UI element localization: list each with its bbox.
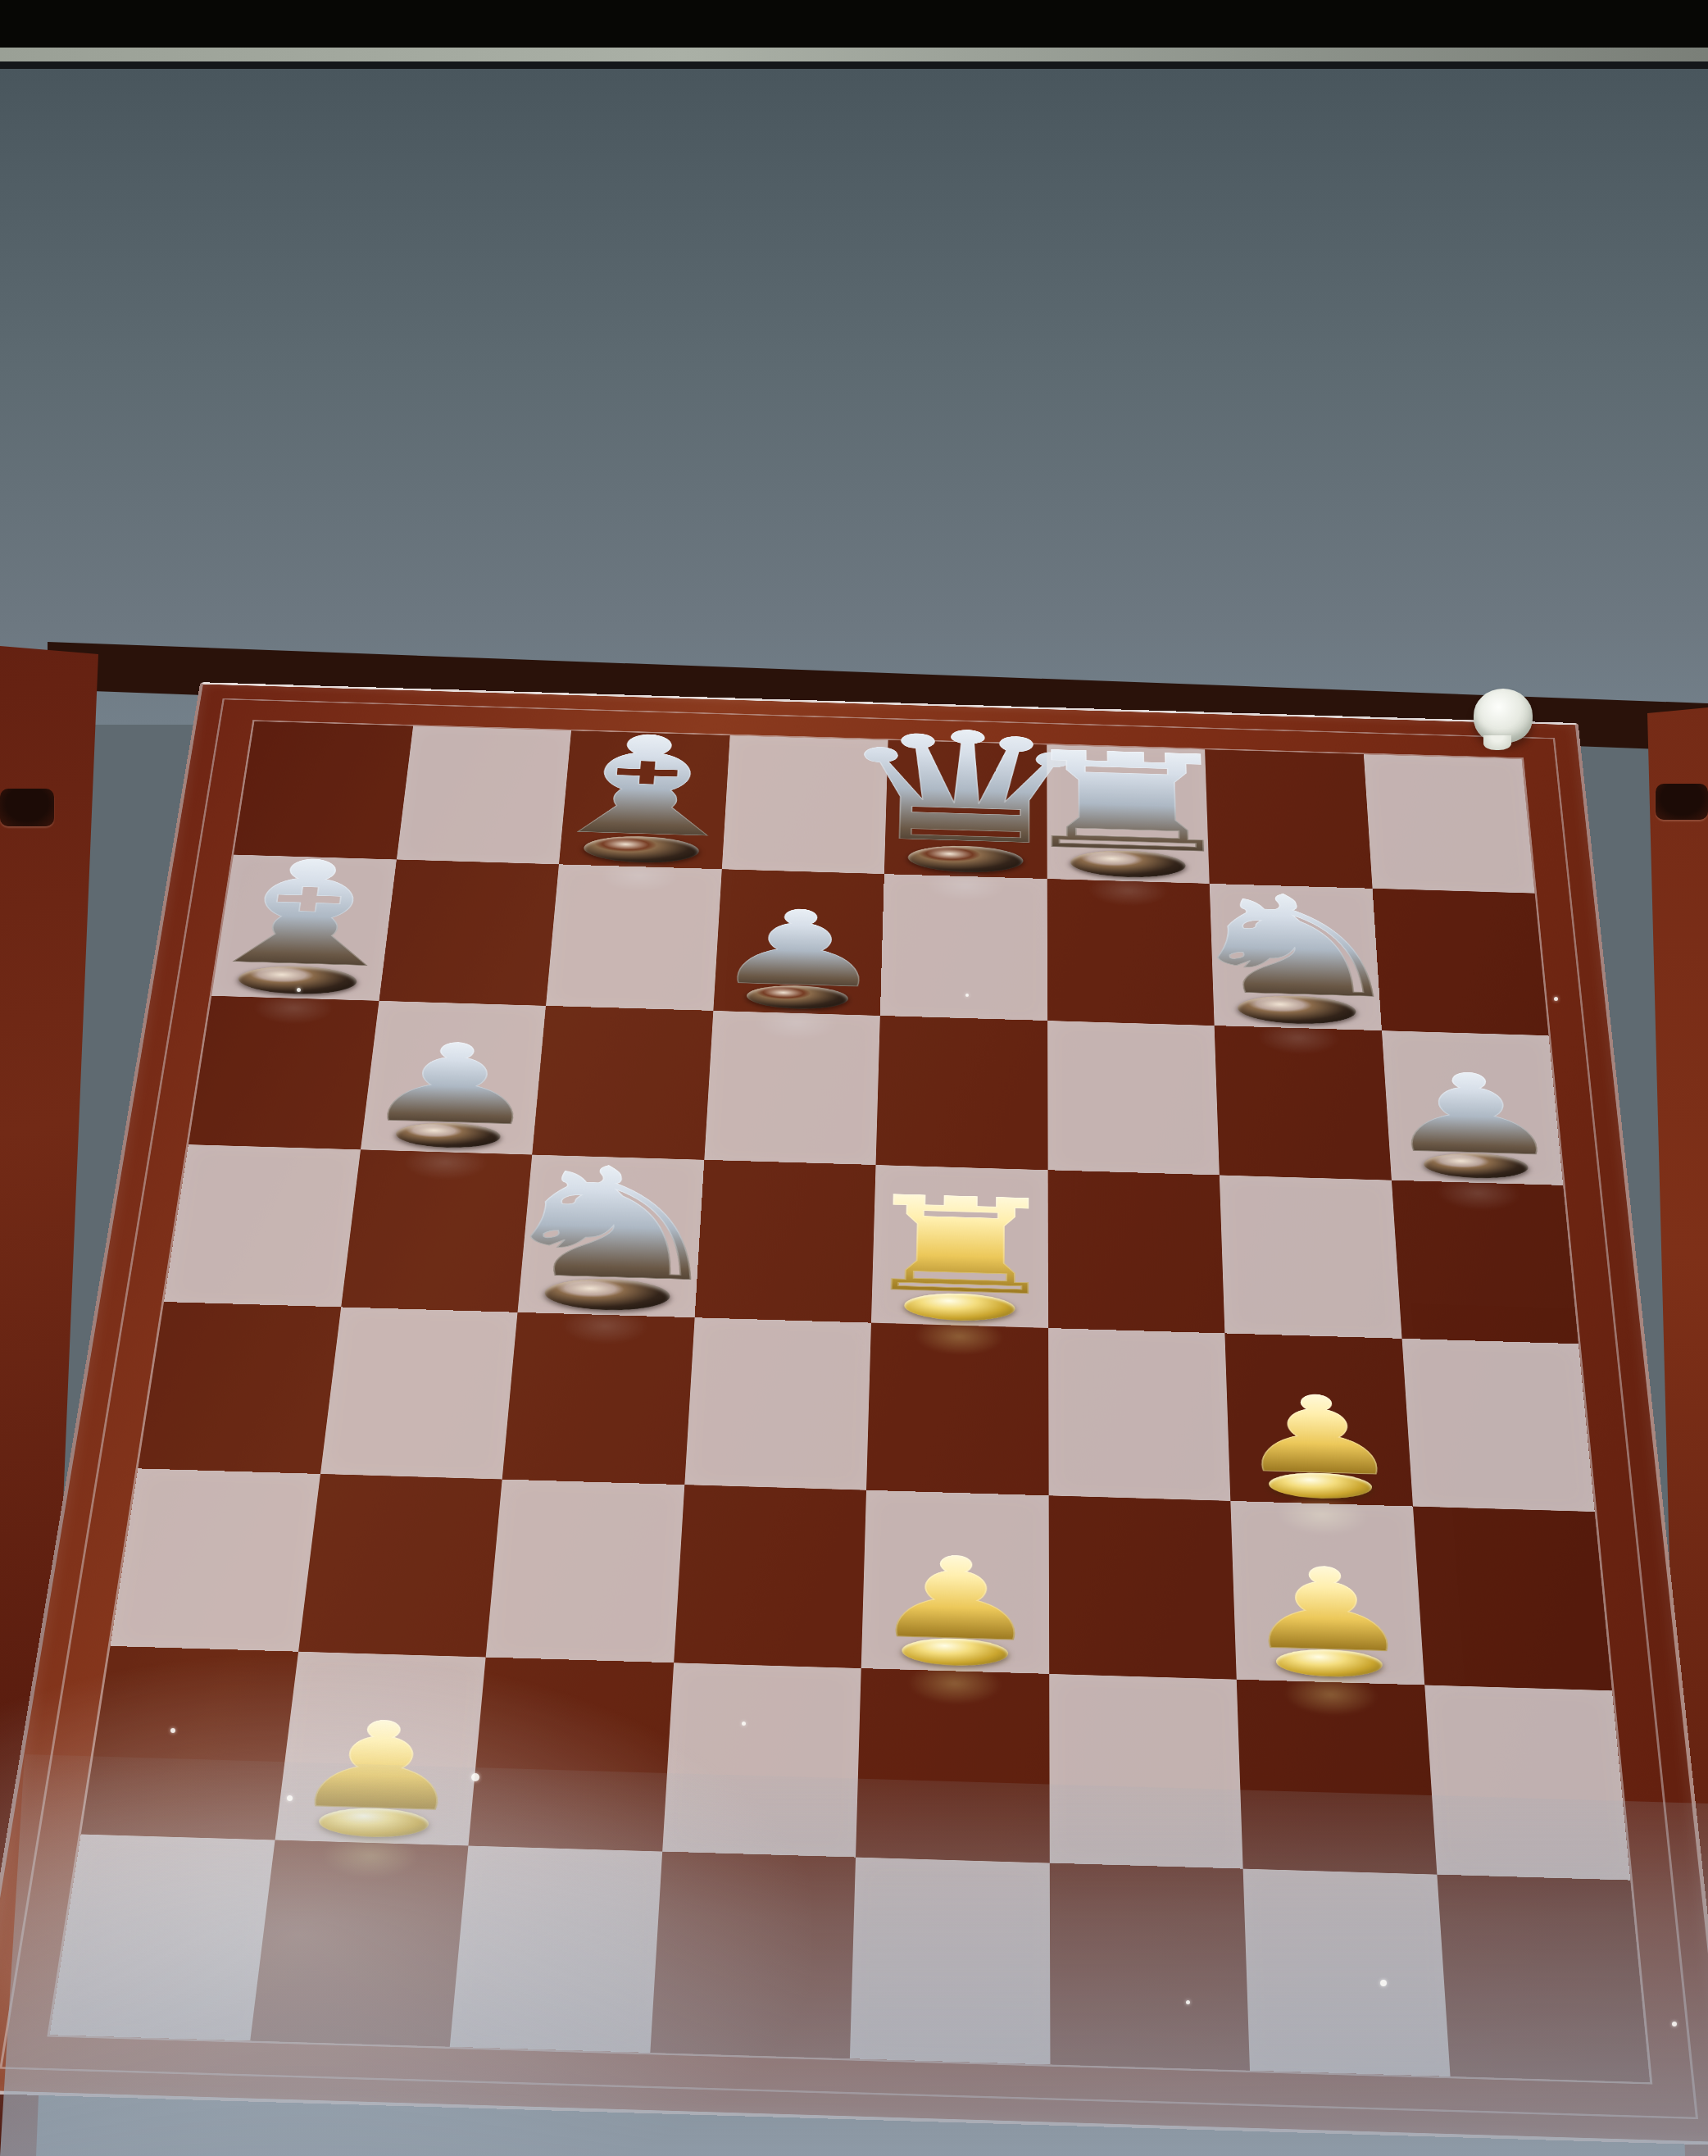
square-g3[interactable]: ♟ — [1230, 1501, 1424, 1685]
dust-speck — [471, 1773, 479, 1781]
dust-speck — [297, 988, 301, 992]
dust-speck — [1672, 2022, 1677, 2026]
gold-pawn-e3[interactable]: ♟ — [866, 1540, 1043, 1658]
square-b3[interactable] — [298, 1474, 502, 1657]
frosted-glass-corner-item — [1474, 689, 1533, 743]
square-f5[interactable] — [1047, 1170, 1224, 1333]
square-g7[interactable]: ♞ — [1210, 884, 1382, 1030]
square-a3[interactable] — [111, 1469, 320, 1652]
square-h5[interactable] — [1391, 1180, 1578, 1344]
square-a7[interactable]: ♝ — [211, 855, 396, 1001]
square-e7[interactable] — [880, 874, 1047, 1021]
dust-speck — [1554, 997, 1558, 1001]
square-c4[interactable] — [502, 1312, 695, 1485]
square-c5[interactable]: ♞ — [517, 1154, 703, 1317]
square-b7[interactable] — [379, 860, 559, 1006]
square-h4[interactable] — [1401, 1339, 1595, 1512]
square-h3[interactable] — [1413, 1507, 1612, 1690]
square-b6[interactable]: ♟ — [361, 1001, 546, 1155]
square-e5[interactable]: ♜ — [871, 1165, 1048, 1328]
square-c8[interactable]: ♝ — [559, 730, 729, 869]
dark-pawn-b6[interactable]: ♟ — [354, 1028, 551, 1142]
square-b4[interactable] — [320, 1307, 517, 1479]
square-c7[interactable] — [546, 864, 721, 1010]
square-f3[interactable] — [1048, 1495, 1237, 1679]
square-e3[interactable]: ♟ — [861, 1490, 1049, 1674]
dust-speck — [287, 1795, 293, 1801]
photo-scene: ♝♛♜♝♟♞♟♟♞♜♟♟♟♟ — [0, 0, 1708, 2156]
square-d5[interactable] — [694, 1160, 875, 1323]
square-e6[interactable] — [876, 1016, 1048, 1170]
dust-speck — [1380, 1980, 1387, 1986]
dust-speck — [742, 1722, 746, 1726]
square-c3[interactable] — [486, 1480, 684, 1662]
dust-speck — [965, 994, 969, 997]
square-d7[interactable]: ♟ — [713, 869, 884, 1015]
square-a5[interactable] — [164, 1144, 361, 1307]
square-d4[interactable] — [684, 1317, 871, 1490]
dust-speck — [1186, 2000, 1190, 2004]
dark-pawn-h6[interactable]: ♟ — [1375, 1058, 1569, 1172]
square-h7[interactable] — [1372, 889, 1548, 1035]
square-f8[interactable]: ♜ — [1047, 745, 1210, 885]
square-g6[interactable] — [1215, 1026, 1392, 1180]
dark-pawn-d7[interactable]: ♟ — [706, 895, 891, 1003]
square-g5[interactable] — [1220, 1175, 1401, 1339]
gold-pawn-g3[interactable]: ♟ — [1238, 1551, 1419, 1669]
square-d3[interactable] — [674, 1485, 866, 1667]
square-h6[interactable]: ♟ — [1382, 1030, 1564, 1185]
square-a4[interactable] — [138, 1302, 340, 1474]
dust-speck — [170, 1728, 175, 1733]
gold-rook-e5[interactable]: ♜ — [851, 1178, 1069, 1315]
square-a6[interactable] — [189, 996, 379, 1150]
square-f4[interactable] — [1048, 1328, 1231, 1501]
square-e4[interactable] — [866, 1323, 1048, 1496]
gold-pawn-g4[interactable]: ♟ — [1231, 1380, 1406, 1492]
square-g4[interactable]: ♟ — [1224, 1333, 1412, 1506]
square-f6[interactable] — [1047, 1021, 1220, 1176]
